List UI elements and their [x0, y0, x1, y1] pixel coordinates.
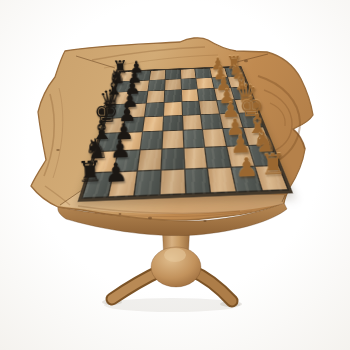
- square-c5[interactable]: [164, 90, 181, 102]
- square-c6[interactable]: [147, 91, 164, 103]
- square-d4[interactable]: [182, 101, 200, 114]
- square-e4[interactable]: [183, 115, 203, 130]
- square-g3[interactable]: [206, 147, 231, 168]
- piece-black-pawn-h7[interactable]: ♟: [104, 158, 128, 185]
- square-c4[interactable]: [181, 89, 198, 101]
- square-b5[interactable]: [165, 79, 181, 90]
- square-g6[interactable]: [138, 150, 161, 171]
- square-g4[interactable]: [184, 148, 207, 169]
- square-f6[interactable]: [140, 132, 161, 150]
- chess-table-photo: ♜♟♟♜♞♟♟♞♝♟♟♝♛♟♟♛♚♟♟♚♝♟♟♝♞♟♟♞♜♟♟♜: [0, 0, 350, 350]
- square-a6[interactable]: [150, 70, 165, 80]
- piece-black-rook-h8[interactable]: ♜: [76, 157, 103, 187]
- square-f4[interactable]: [183, 130, 204, 148]
- square-d5[interactable]: [164, 102, 182, 116]
- square-a5[interactable]: [165, 70, 180, 80]
- square-h4[interactable]: [185, 169, 210, 193]
- square-h6[interactable]: [134, 171, 160, 195]
- square-e3[interactable]: [201, 114, 222, 129]
- pedestal-hub-highlight: [164, 248, 186, 262]
- square-h5[interactable]: [160, 170, 184, 194]
- square-f5[interactable]: [162, 131, 183, 149]
- square-b6[interactable]: [148, 80, 164, 91]
- square-d3[interactable]: [200, 100, 219, 113]
- square-a3[interactable]: [195, 68, 211, 78]
- square-e6[interactable]: [143, 116, 163, 131]
- square-e5[interactable]: [163, 115, 182, 130]
- square-b3[interactable]: [197, 78, 214, 89]
- square-g5[interactable]: [161, 149, 183, 170]
- square-d6[interactable]: [145, 103, 163, 117]
- square-a4[interactable]: [181, 69, 196, 79]
- square-f3[interactable]: [203, 129, 226, 147]
- piece-white-pawn-h2[interactable]: ♟: [234, 153, 258, 180]
- piece-white-rook-h1[interactable]: ♜: [259, 150, 286, 180]
- square-c3[interactable]: [198, 88, 216, 100]
- table-shadow: [104, 298, 240, 312]
- square-b4[interactable]: [181, 79, 197, 90]
- square-h3[interactable]: [208, 168, 235, 192]
